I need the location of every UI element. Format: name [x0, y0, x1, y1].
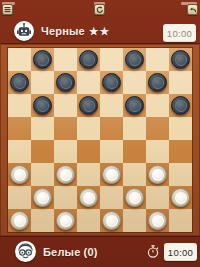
square-e7[interactable]	[100, 71, 123, 94]
square-f2[interactable]	[123, 186, 146, 209]
square-d2[interactable]	[77, 186, 100, 209]
black-piece[interactable]	[79, 96, 98, 115]
black-piece[interactable]	[125, 96, 144, 115]
board-frame	[0, 44, 200, 236]
white-piece[interactable]	[171, 188, 190, 207]
white-piece[interactable]	[102, 211, 121, 230]
square-g7[interactable]	[146, 71, 169, 94]
player-name: Белые(0)	[43, 246, 98, 258]
square-g8	[146, 48, 169, 71]
opponent-avatar	[14, 21, 34, 41]
square-d4[interactable]	[77, 140, 100, 163]
difficulty-stars: ★★	[89, 25, 111, 37]
active-turn-stopwatch-icon	[146, 244, 160, 259]
square-e4	[100, 140, 123, 163]
square-d8[interactable]	[77, 48, 100, 71]
square-h7	[169, 71, 192, 94]
menu-button[interactable]	[2, 4, 13, 15]
square-a3[interactable]	[8, 163, 31, 186]
square-h4[interactable]	[169, 140, 192, 163]
square-d5	[77, 117, 100, 140]
square-h5	[169, 117, 192, 140]
captured-count: (0)	[84, 246, 98, 258]
black-piece[interactable]	[79, 50, 98, 69]
opponent-name-label: Черные	[41, 25, 85, 37]
square-f5	[123, 117, 146, 140]
black-piece[interactable]	[33, 96, 52, 115]
square-a1[interactable]	[8, 209, 31, 232]
square-c4	[54, 140, 77, 163]
black-piece[interactable]	[33, 50, 52, 69]
square-f1	[123, 209, 146, 232]
square-h3	[169, 163, 192, 186]
square-f7	[123, 71, 146, 94]
square-h1	[169, 209, 192, 232]
black-piece[interactable]	[125, 50, 144, 69]
square-g6	[146, 94, 169, 117]
square-g3[interactable]	[146, 163, 169, 186]
black-piece[interactable]	[171, 96, 190, 115]
square-a2	[8, 186, 31, 209]
square-a6	[8, 94, 31, 117]
square-f6[interactable]	[123, 94, 146, 117]
white-piece[interactable]	[148, 211, 167, 230]
board	[8, 48, 192, 232]
player-clock: 10:00	[164, 243, 197, 261]
player-clock-value: 10:00	[168, 247, 193, 258]
square-b5	[31, 117, 54, 140]
black-piece[interactable]	[171, 50, 190, 69]
white-piece[interactable]	[79, 188, 98, 207]
square-a7[interactable]	[8, 71, 31, 94]
square-b1	[31, 209, 54, 232]
square-c5[interactable]	[54, 117, 77, 140]
square-f8[interactable]	[123, 48, 146, 71]
square-c8	[54, 48, 77, 71]
restart-button[interactable]	[94, 4, 105, 15]
square-c1[interactable]	[54, 209, 77, 232]
square-d3	[77, 163, 100, 186]
square-e5[interactable]	[100, 117, 123, 140]
white-piece[interactable]	[125, 188, 144, 207]
square-c3[interactable]	[54, 163, 77, 186]
square-c6	[54, 94, 77, 117]
black-piece[interactable]	[102, 73, 121, 92]
square-a4	[8, 140, 31, 163]
square-d7	[77, 71, 100, 94]
white-piece[interactable]	[148, 165, 167, 184]
square-d1	[77, 209, 100, 232]
white-piece[interactable]	[10, 211, 29, 230]
checkers-app-screen: Черные★★ 10:00 Белые(0)	[0, 0, 200, 267]
white-piece[interactable]	[10, 165, 29, 184]
square-e1[interactable]	[100, 209, 123, 232]
black-piece[interactable]	[56, 73, 75, 92]
square-g2	[146, 186, 169, 209]
white-piece[interactable]	[56, 165, 75, 184]
opponent-clock-value: 10:00	[167, 28, 192, 39]
white-piece[interactable]	[33, 188, 52, 207]
square-b3	[31, 163, 54, 186]
square-a8	[8, 48, 31, 71]
square-h8[interactable]	[169, 48, 192, 71]
player-name-label: Белые	[43, 246, 81, 258]
square-g1[interactable]	[146, 209, 169, 232]
square-e3[interactable]	[100, 163, 123, 186]
square-e2	[100, 186, 123, 209]
square-c2	[54, 186, 77, 209]
black-piece[interactable]	[148, 73, 167, 92]
square-g4	[146, 140, 169, 163]
restart-icon	[96, 6, 104, 14]
square-b6[interactable]	[31, 94, 54, 117]
white-piece[interactable]	[102, 165, 121, 184]
undo-button[interactable]	[187, 4, 198, 15]
square-h2[interactable]	[169, 186, 192, 209]
black-piece[interactable]	[10, 73, 29, 92]
face-icon	[15, 241, 36, 262]
square-f3	[123, 163, 146, 186]
square-b2[interactable]	[31, 186, 54, 209]
robot-icon	[14, 21, 34, 41]
square-f4[interactable]	[123, 140, 146, 163]
square-b7	[31, 71, 54, 94]
square-c7[interactable]	[54, 71, 77, 94]
player-avatar	[15, 241, 36, 262]
square-d6[interactable]	[77, 94, 100, 117]
square-b8[interactable]	[31, 48, 54, 71]
square-b4[interactable]	[31, 140, 54, 163]
opponent-name: Черные★★	[41, 25, 111, 37]
white-piece[interactable]	[56, 211, 75, 230]
square-a5[interactable]	[8, 117, 31, 140]
square-h6[interactable]	[169, 94, 192, 117]
square-g5[interactable]	[146, 117, 169, 140]
undo-icon	[189, 6, 197, 14]
square-e8	[100, 48, 123, 71]
opponent-clock: 10:00	[163, 24, 196, 42]
square-e6	[100, 94, 123, 117]
menu-icon	[4, 6, 11, 13]
